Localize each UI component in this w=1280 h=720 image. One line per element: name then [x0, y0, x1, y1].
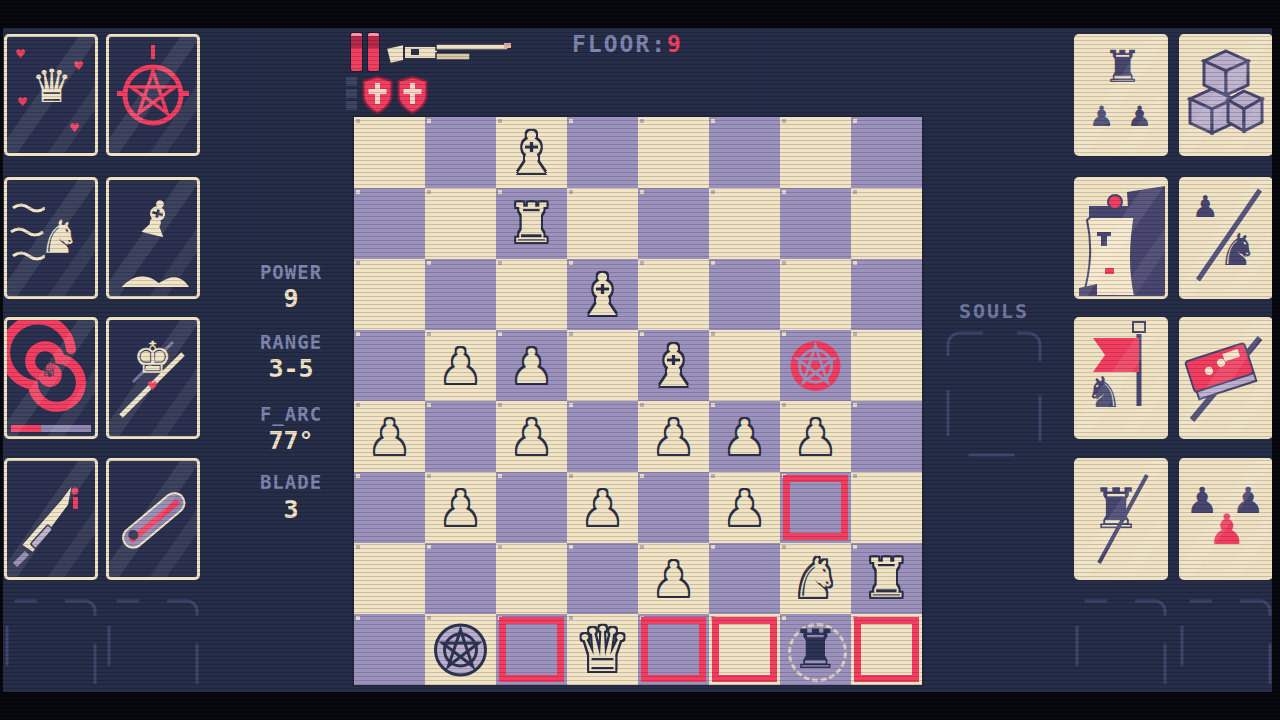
square-e1[interactable] — [638, 614, 709, 685]
square-f7[interactable] — [709, 188, 780, 259]
stat-power-value: 9 — [232, 284, 350, 313]
empty-card-slot — [1179, 598, 1273, 692]
square-d2[interactable] — [567, 543, 638, 614]
square-d8[interactable] — [567, 117, 638, 188]
card-art-rook: ♜ — [1103, 45, 1142, 89]
square-h2[interactable]: ♜ — [851, 543, 922, 614]
square-h1[interactable] — [851, 614, 922, 685]
light-pawn-piece: ♟ — [709, 401, 780, 472]
square-a1[interactable] — [354, 614, 425, 685]
card-pawn-knight-sword[interactable]: ♟ ♞ — [1179, 177, 1273, 299]
light-knight-piece: ♞ — [780, 543, 851, 614]
square-g1[interactable]: ♜ — [780, 614, 851, 685]
square-d1[interactable]: ♛ — [567, 614, 638, 685]
square-b6[interactable] — [425, 259, 496, 330]
dagger-icon — [7, 461, 95, 577]
letterbox-bar — [1272, 0, 1280, 720]
spawn-warning-outline — [854, 617, 919, 682]
souls-label: SOULS — [946, 299, 1042, 323]
card-cubes[interactable] — [1179, 34, 1273, 156]
spawn-warning-outline — [783, 475, 848, 540]
square-f2[interactable] — [709, 543, 780, 614]
stat-range-value: 3-5 — [232, 354, 350, 383]
card-sawblade[interactable] — [106, 458, 200, 580]
card-art-king: ♚ — [133, 336, 172, 380]
square-f5[interactable] — [709, 330, 780, 401]
light-pawn-piece: ♟ — [567, 472, 638, 543]
shotgun-shell-icon — [351, 33, 362, 71]
light-pawn-piece: ♟ — [780, 401, 851, 472]
square-a6[interactable] — [354, 259, 425, 330]
pentagram-icon — [109, 37, 197, 153]
square-e2[interactable]: ♟ — [638, 543, 709, 614]
dark-rook-piece: ♜ — [780, 614, 851, 685]
square-f4[interactable]: ♟ — [709, 401, 780, 472]
square-h3[interactable] — [851, 472, 922, 543]
square-g2[interactable]: ♞ — [780, 543, 851, 614]
card-art-pawn: ♟ — [1192, 192, 1219, 222]
cubes-icon — [1182, 37, 1270, 153]
square-g3[interactable] — [780, 472, 851, 543]
light-pawn-piece: ♟ — [709, 472, 780, 543]
square-a2[interactable] — [354, 543, 425, 614]
stat-firearc-value: 77° — [232, 426, 350, 455]
spawn-warning-outline — [712, 617, 777, 682]
square-b8[interactable] — [425, 117, 496, 188]
square-b3[interactable]: ♟ — [425, 472, 496, 543]
charge-bar — [11, 425, 91, 432]
square-a4[interactable]: ♟ — [354, 401, 425, 472]
floor-value: 9 — [667, 31, 683, 57]
card-aura-knight[interactable]: ♞ — [4, 177, 98, 299]
card-spiral-crown[interactable]: ♕ — [4, 317, 98, 439]
square-d5[interactable] — [567, 330, 638, 401]
square-b7[interactable] — [425, 188, 496, 259]
square-a8[interactable] — [354, 117, 425, 188]
square-h4[interactable] — [851, 401, 922, 472]
card-dagger[interactable] — [4, 458, 98, 580]
light-pawn-piece: ♟ — [425, 472, 496, 543]
empty-card-slot — [106, 598, 200, 692]
square-e3[interactable] — [638, 472, 709, 543]
square-e4[interactable]: ♟ — [638, 401, 709, 472]
floor-label: FLOOR: — [572, 31, 667, 57]
light-bishop-piece: ♝ — [496, 117, 567, 188]
card-art-knight: ♞ — [1085, 372, 1123, 414]
square-b4[interactable] — [425, 401, 496, 472]
letterbox-bar — [0, 0, 1280, 28]
shield-icon — [397, 76, 428, 114]
queen-portrait-icon — [1077, 180, 1165, 296]
square-c5[interactable]: ♟ — [496, 330, 567, 401]
square-f3[interactable]: ♟ — [709, 472, 780, 543]
square-g4[interactable]: ♟ — [780, 401, 851, 472]
light-pawn-piece: ♟ — [638, 401, 709, 472]
card-pentagram[interactable] — [106, 34, 200, 156]
letterbox-bar — [0, 692, 1280, 720]
stat-firearc-label: F_ARC — [232, 403, 350, 425]
empty-card-slot — [4, 598, 98, 692]
square-c6[interactable] — [496, 259, 567, 330]
card-queen-portrait[interactable] — [1074, 177, 1168, 299]
card-toppled-bishop[interactable]: ♝ — [106, 177, 200, 299]
square-d3[interactable]: ♟ — [567, 472, 638, 543]
shield-icon — [362, 76, 393, 114]
soul-orb-icon — [787, 338, 844, 394]
square-g5[interactable] — [780, 330, 851, 401]
mound-icon — [109, 258, 197, 298]
light-rook-piece: ♜ — [851, 543, 922, 614]
square-c7[interactable]: ♜ — [496, 188, 567, 259]
square-c3[interactable] — [496, 472, 567, 543]
square-c4[interactable]: ♟ — [496, 401, 567, 472]
card-pawn-squad[interactable]: ♟ ♟ ♟ — [1179, 458, 1273, 580]
light-bishop-piece: ♝ — [638, 330, 709, 401]
square-g7[interactable] — [780, 188, 851, 259]
card-art-knight: ♞ — [39, 214, 80, 260]
square-a7[interactable] — [354, 188, 425, 259]
stat-blade-value: 3 — [232, 495, 350, 524]
square-e7[interactable] — [638, 188, 709, 259]
card-red-book[interactable] — [1179, 317, 1273, 439]
light-pawn-piece: ♟ — [354, 401, 425, 472]
card-art-queen: ♛ — [31, 63, 72, 109]
square-f6[interactable] — [709, 259, 780, 330]
light-pawn-piece: ♟ — [496, 330, 567, 401]
light-rook-piece: ♜ — [496, 188, 567, 259]
card-queen-hearts[interactable]: ♛ ♥ ♥ ♥ ♥ — [4, 34, 98, 156]
square-b2[interactable] — [425, 543, 496, 614]
square-f8[interactable] — [709, 117, 780, 188]
square-h6[interactable] — [851, 259, 922, 330]
amulet-gem: ♥ — [147, 380, 158, 392]
square-g8[interactable] — [780, 117, 851, 188]
floor-indicator: FLOOR:9 — [572, 31, 683, 57]
square-b5[interactable]: ♟ — [425, 330, 496, 401]
light-pawn-piece: ♟ — [496, 401, 567, 472]
game-screen: FLOOR:9 POWER 9 RANGE 3-5 F_ARC 77° BLAD… — [0, 0, 1280, 720]
square-a3[interactable] — [354, 472, 425, 543]
square-c8[interactable]: ♝ — [496, 117, 567, 188]
letterbox-bar — [0, 0, 3, 720]
square-d4[interactable] — [567, 401, 638, 472]
shield-tally-marker — [346, 77, 358, 113]
square-b1[interactable] — [425, 614, 496, 685]
card-art-pawn: ♟ — [1127, 103, 1152, 131]
card-art-crown: ♕ — [39, 358, 59, 380]
stat-range-label: RANGE — [232, 331, 350, 353]
card-rook-pawns[interactable]: ♜ ♟ ♟ — [1074, 34, 1168, 156]
square-e5[interactable]: ♝ — [638, 330, 709, 401]
square-h5[interactable] — [851, 330, 922, 401]
spawn-warning-outline — [641, 617, 706, 682]
square-f1[interactable] — [709, 614, 780, 685]
sawblade-icon — [109, 461, 197, 577]
square-h7[interactable] — [851, 188, 922, 259]
light-pawn-piece: ♟ — [425, 330, 496, 401]
soul-orb-icon — [432, 622, 489, 678]
square-c2[interactable] — [496, 543, 567, 614]
shotgun-icon — [384, 36, 514, 70]
card-art-bishop: ♝ — [130, 190, 183, 247]
chess-board: ♝♜♝♟♟♝ ♟♟♟♟♟♟♟♟♟♞♜ ♛♜ — [354, 117, 922, 685]
shotgun-shell-icon — [368, 33, 379, 71]
card-art-knight: ♞ — [1218, 228, 1257, 272]
book-icon — [1182, 320, 1270, 436]
light-bishop-piece: ♝ — [567, 259, 638, 330]
card-art-pawn: ♟ — [1089, 103, 1114, 131]
souls-slot — [944, 330, 1044, 460]
card-banner-knight[interactable]: ♞ — [1074, 317, 1168, 439]
square-e6[interactable] — [638, 259, 709, 330]
sword-icon — [1077, 461, 1165, 577]
card-rook[interactable]: ♜ — [1074, 458, 1168, 580]
player-king-piece: ♛ — [567, 614, 638, 685]
square-e8[interactable] — [638, 117, 709, 188]
card-art-red-pawn: ♟ — [1208, 509, 1246, 551]
square-h8[interactable] — [851, 117, 922, 188]
stat-blade-label: BLADE — [232, 471, 350, 493]
light-pawn-piece: ♟ — [638, 543, 709, 614]
square-a5[interactable] — [354, 330, 425, 401]
empty-card-slot — [1074, 598, 1168, 692]
square-c1[interactable] — [496, 614, 567, 685]
square-d7[interactable] — [567, 188, 638, 259]
stat-power-label: POWER — [232, 261, 350, 283]
square-g6[interactable] — [780, 259, 851, 330]
card-amulet-king[interactable]: ♚ ♥ — [106, 317, 200, 439]
square-d6[interactable]: ♝ — [567, 259, 638, 330]
spawn-warning-outline — [499, 617, 564, 682]
